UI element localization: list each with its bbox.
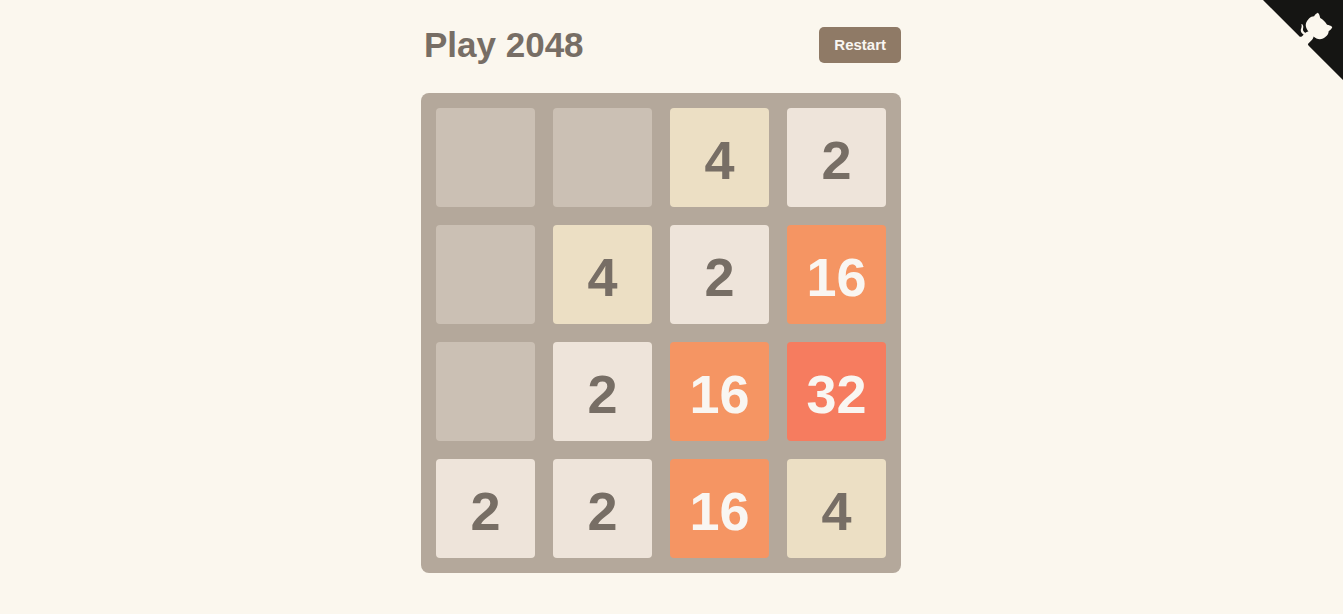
tile-16-r3c3: 16	[670, 342, 769, 441]
tile-32-r3c4: 32	[787, 342, 886, 441]
restart-button[interactable]: Restart	[819, 27, 901, 64]
empty-cell-r2c1	[436, 225, 535, 324]
tile-2-r4c2: 2	[553, 459, 652, 558]
empty-cell-r3c1	[436, 342, 535, 441]
tile-4-r2c2: 4	[553, 225, 652, 324]
tile-16-r2c4: 16	[787, 225, 886, 324]
empty-cell-r1c2	[553, 108, 652, 207]
tile-2-r1c4: 2	[787, 108, 886, 207]
game-container: Play 2048 Restart 4242162163222164	[421, 24, 901, 573]
page-title: Play 2048	[424, 25, 584, 65]
board[interactable]: 4242162163222164	[421, 93, 901, 573]
tile-2-r3c2: 2	[553, 342, 652, 441]
page-background: { "game": "2048", "position": "0,0,4,2/0…	[0, 0, 1343, 614]
empty-cell-r1c1	[436, 108, 535, 207]
tile-2-r4c1: 2	[436, 459, 535, 558]
github-corner-link[interactable]	[1263, 0, 1343, 80]
tile-4-r4c4: 4	[787, 459, 886, 558]
tile-2-r2c3: 2	[670, 225, 769, 324]
header: Play 2048 Restart	[421, 24, 901, 66]
octocat-icon	[1263, 0, 1343, 80]
tile-4-r1c3: 4	[670, 108, 769, 207]
tile-16-r4c3: 16	[670, 459, 769, 558]
